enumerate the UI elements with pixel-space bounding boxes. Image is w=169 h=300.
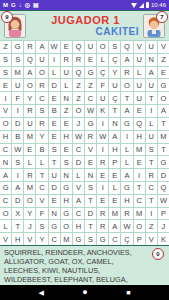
grid-cell[interactable]: U	[36, 54, 47, 66]
grid-cell[interactable]: E	[49, 195, 60, 207]
grid-cell[interactable]: H	[121, 195, 132, 207]
grid-cell[interactable]: E	[109, 195, 120, 207]
grid-cell[interactable]: S	[12, 156, 23, 168]
player1-name: JUGADOR 1	[30, 14, 141, 26]
grid-cell[interactable]: T	[146, 195, 157, 207]
grid-cell[interactable]: W	[73, 131, 84, 143]
grid-cell[interactable]: E	[49, 131, 60, 143]
grid-cell[interactable]: S	[146, 144, 157, 156]
grid-cell[interactable]: F	[97, 79, 108, 91]
grid-cell[interactable]: T	[134, 182, 145, 194]
grid-cell[interactable]: T	[49, 156, 60, 168]
grid-cell[interactable]: L	[0, 220, 11, 232]
grid-cell[interactable]: V	[146, 233, 157, 245]
grid-cell[interactable]: Q	[73, 41, 84, 53]
grid-cell[interactable]: J	[73, 118, 84, 130]
grid-cell[interactable]: L	[61, 79, 72, 91]
wifi-icon	[131, 3, 137, 8]
grid-cell[interactable]: E	[158, 67, 169, 79]
grid-cell[interactable]: V	[0, 105, 11, 117]
grid-cell[interactable]: Ç	[121, 233, 132, 245]
grid-cell[interactable]: H	[134, 131, 145, 143]
grid-cell[interactable]: O	[0, 208, 11, 220]
android-nav-bar: ◀ ● ■	[0, 285, 169, 300]
grid-cell[interactable]: R	[97, 208, 108, 220]
grid-cell[interactable]: Z	[158, 54, 169, 66]
grid-cell[interactable]: U	[146, 79, 157, 91]
grid-cell[interactable]: T	[146, 92, 157, 104]
grid-cell[interactable]: R	[24, 105, 35, 117]
google-icon: G	[11, 0, 16, 10]
grid-cell[interactable]: Q	[134, 118, 145, 130]
grid-cell[interactable]: Q	[121, 41, 132, 53]
grid-cell[interactable]: U	[85, 41, 96, 53]
grid-cell[interactable]: U	[109, 79, 120, 91]
player2-name: CAKITEI	[96, 26, 140, 37]
grid-cell[interactable]: O	[0, 118, 11, 130]
home-button[interactable]: ●	[82, 285, 87, 300]
grid-cell[interactable]: G	[61, 208, 72, 220]
grid-cell[interactable]: R	[146, 169, 157, 181]
grid-cell[interactable]: Ç	[109, 54, 120, 66]
grid-cell[interactable]: A	[36, 41, 47, 53]
grid-cell[interactable]: G	[12, 41, 23, 53]
grid-cell[interactable]: L	[36, 156, 47, 168]
grid-cell[interactable]: B	[36, 144, 47, 156]
grid-cell[interactable]: G	[0, 182, 11, 194]
grid-cell[interactable]: R	[36, 79, 47, 91]
grid-cell[interactable]: A	[109, 220, 120, 232]
grid-cell[interactable]: O	[121, 79, 132, 91]
grid-cell[interactable]: M	[158, 131, 169, 143]
grid-cell[interactable]: A	[12, 182, 23, 194]
grid-cell[interactable]: J	[158, 220, 169, 232]
grid-cell[interactable]: V	[36, 195, 47, 207]
grid-cell[interactable]: A	[158, 105, 169, 117]
signal-icon	[139, 3, 144, 8]
grid-cell[interactable]: U	[146, 41, 157, 53]
grid-cell[interactable]: Z	[61, 105, 72, 117]
grid-cell[interactable]: E	[85, 156, 96, 168]
status-bar: MG↓◎▤ 10:46	[0, 0, 169, 10]
grid-cell[interactable]: W	[12, 144, 23, 156]
clock: 10:46	[151, 0, 166, 10]
grid-cell[interactable]: A	[73, 195, 84, 207]
grid-cell[interactable]: X	[12, 208, 23, 220]
grid-cell[interactable]: N	[49, 208, 60, 220]
grid-cell[interactable]: O	[24, 195, 35, 207]
grid-cell[interactable]: T	[12, 220, 23, 232]
grid-cell[interactable]: F	[12, 92, 23, 104]
circle-notification-icon: ◎	[25, 0, 30, 10]
grid-cell[interactable]: G	[73, 233, 84, 245]
grid-cell[interactable]: E	[49, 92, 60, 104]
grid-cell[interactable]: A	[0, 169, 11, 181]
grid-cell[interactable]: O	[61, 220, 72, 232]
grid-cell[interactable]: I	[12, 105, 23, 117]
recents-button[interactable]: ■	[126, 285, 130, 300]
grid-cell[interactable]: V	[134, 41, 145, 53]
grid-cell[interactable]: Z	[0, 41, 11, 53]
grid-cell[interactable]: S	[36, 105, 47, 117]
grid-cell[interactable]: W	[97, 131, 108, 143]
grid-cell[interactable]: G	[121, 118, 132, 130]
grid-cell[interactable]: C	[134, 195, 145, 207]
grid-cell[interactable]: S	[0, 54, 11, 66]
grid-cell[interactable]: E	[97, 169, 108, 181]
player1-avatar: 9	[4, 14, 26, 38]
grid-cell[interactable]: N	[85, 169, 96, 181]
grid-cell[interactable]: E	[85, 54, 96, 66]
grid-cell[interactable]: W	[49, 41, 60, 53]
grid-cell[interactable]: C	[73, 144, 84, 156]
grid-cell[interactable]: Z	[73, 92, 84, 104]
grid-cell[interactable]: N	[109, 118, 120, 130]
grid-cell[interactable]: H	[109, 144, 120, 156]
grid-cell[interactable]: E	[109, 169, 120, 181]
grid-cell[interactable]: C	[36, 182, 47, 194]
grid-cell[interactable]: A	[109, 131, 120, 143]
grid-cell[interactable]: Q	[24, 54, 35, 66]
grid-cell[interactable]: M	[12, 67, 23, 79]
back-button[interactable]: ◀	[38, 285, 43, 300]
grid-cell[interactable]: U	[61, 67, 72, 79]
grid-cell[interactable]: N	[146, 54, 157, 66]
grid-cell[interactable]: H	[61, 131, 72, 143]
grid-cell[interactable]: E	[61, 144, 72, 156]
grid-cell[interactable]: I	[97, 182, 108, 194]
grid-cell[interactable]: E	[134, 105, 145, 117]
grid-cell[interactable]: R	[97, 156, 108, 168]
grid-cell[interactable]: S	[0, 67, 11, 79]
grid-cell[interactable]: O	[73, 105, 84, 117]
word-list-line: LEECHES, KIWI, NAUTILUS,	[4, 266, 165, 275]
grid-cell[interactable]: G	[85, 118, 96, 130]
grid-cell[interactable]: U	[134, 79, 145, 91]
grid-cell[interactable]: J	[24, 220, 35, 232]
grid-cell[interactable]: E	[97, 195, 108, 207]
grid-cell[interactable]: K	[97, 105, 108, 117]
grid-cell[interactable]: A	[146, 67, 157, 79]
grid-cell[interactable]: E	[61, 41, 72, 53]
grid-cell[interactable]: S	[85, 233, 96, 245]
grid-cell[interactable]: O	[36, 67, 47, 79]
grid-cell[interactable]: Y	[109, 67, 120, 79]
grid-cell[interactable]: T	[109, 105, 120, 117]
grid-cell[interactable]: D	[73, 156, 84, 168]
grid-cell[interactable]: R	[36, 118, 47, 130]
grid-cell[interactable]: T	[146, 156, 157, 168]
grid-cell[interactable]: I	[97, 144, 108, 156]
grid-cell[interactable]: Y	[36, 233, 47, 245]
grid-cell[interactable]: S	[49, 144, 60, 156]
grid-cell[interactable]: E	[0, 79, 11, 91]
grid-cell[interactable]: K	[158, 233, 169, 245]
game-header: 9 JUGADOR 1 CAKITEI 7	[0, 10, 169, 40]
word-list-line: ALLIGATOR, GOAT, OX, CAMEL,	[4, 257, 165, 266]
grid-cell[interactable]: T	[36, 169, 47, 181]
grid-cell[interactable]: C	[49, 233, 60, 245]
grid-cell[interactable]: R	[24, 41, 35, 53]
grid-cell[interactable]: L	[24, 156, 35, 168]
grid-cell[interactable]: G	[121, 182, 132, 194]
grid-cell[interactable]: I	[97, 118, 108, 130]
grid-cell[interactable]: T	[85, 195, 96, 207]
grid-cell[interactable]: S	[36, 220, 47, 232]
grid-cell[interactable]: N	[0, 156, 11, 168]
notification-icons: MG↓◎▤	[3, 0, 39, 10]
grid-cell[interactable]: Y	[24, 208, 35, 220]
grid-cell[interactable]: R	[97, 220, 108, 232]
grid-cell[interactable]: N	[61, 169, 72, 181]
grid-cell[interactable]: M	[61, 233, 72, 245]
grid-cell[interactable]: T	[121, 92, 132, 104]
player2-score-badge: 7	[156, 11, 168, 23]
grid-cell[interactable]: M	[134, 208, 145, 220]
grid-cell[interactable]: L	[146, 118, 157, 130]
grid-cell[interactable]: A	[121, 54, 132, 66]
grid-cell[interactable]: D	[12, 118, 23, 130]
grid-cell[interactable]: Ç	[109, 92, 120, 104]
grid-cell[interactable]: R	[121, 208, 132, 220]
grid-cell[interactable]: L	[97, 54, 108, 66]
word-list-line: SQUIRREL, REINDEER, ANCHOVIES,	[4, 248, 165, 257]
grid-cell[interactable]: L	[121, 144, 132, 156]
grid-cell[interactable]: I	[146, 105, 157, 117]
grid-cell[interactable]: S	[109, 41, 120, 53]
grid-cell[interactable]: U	[134, 54, 145, 66]
grid-cell[interactable]: G	[49, 220, 60, 232]
gmail-icon: M	[3, 0, 8, 10]
grid-cell[interactable]: A	[24, 67, 35, 79]
grid-cell[interactable]: U	[134, 92, 145, 104]
grid-cell[interactable]: U	[12, 79, 23, 91]
grid-cell[interactable]: I	[12, 169, 23, 181]
grid-cell[interactable]: O	[158, 92, 169, 104]
grid-cell[interactable]: I	[146, 208, 157, 220]
found-words-badge: 0	[152, 248, 164, 260]
grid-cell[interactable]: H	[73, 220, 84, 232]
grid-cell[interactable]: S	[61, 156, 72, 168]
grid-cell[interactable]: D	[85, 208, 96, 220]
grid-cell[interactable]: L	[134, 67, 145, 79]
grid-cell[interactable]: I	[0, 92, 11, 104]
grid-cell[interactable]: Z	[146, 220, 157, 232]
grid-cell[interactable]: M	[24, 182, 35, 194]
grid-cell[interactable]: U	[24, 118, 35, 130]
grid-cell[interactable]: E	[134, 156, 145, 168]
grid-cell[interactable]: O	[24, 79, 35, 91]
grid-cell[interactable]: S	[12, 54, 23, 66]
player1-score-badge: 9	[1, 11, 13, 23]
grid-cell[interactable]: H	[12, 233, 23, 245]
grid-cell[interactable]: H	[0, 131, 11, 143]
grid-cell[interactable]: T	[85, 220, 96, 232]
player2-avatar: 7	[143, 14, 165, 38]
download-icon: ↓	[19, 0, 22, 10]
grid-cell[interactable]: G	[158, 156, 169, 168]
grid-cell[interactable]: G	[61, 182, 72, 194]
grid-cell[interactable]: W	[121, 220, 132, 232]
grid-cell[interactable]: V	[73, 182, 84, 194]
grid-cell[interactable]: C	[73, 208, 84, 220]
grid-cell[interactable]: D	[49, 79, 60, 91]
grid-cell[interactable]: W	[158, 195, 169, 207]
grid-cell[interactable]: O	[134, 220, 145, 232]
grid-cell[interactable]: L	[121, 156, 132, 168]
grid-cell[interactable]: R	[24, 169, 35, 181]
grid-cell[interactable]: V	[24, 233, 35, 245]
word-list-line: WILDEBEEST, ELEPHANT, BELUGA,	[4, 275, 165, 284]
grid-cell[interactable]: W	[85, 105, 96, 117]
grid-cell[interactable]: F	[36, 208, 47, 220]
grid-cell[interactable]: I	[121, 131, 132, 143]
grid-cell[interactable]: B	[12, 131, 23, 143]
grid-cell[interactable]: Y	[24, 92, 35, 104]
grid-cell[interactable]: A	[121, 105, 132, 117]
grid-cell[interactable]: C	[109, 233, 120, 245]
grid-cell[interactable]: P	[134, 233, 145, 245]
grid-cell[interactable]: P	[158, 208, 169, 220]
word-list-panel: SQUIRREL, REINDEER, ANCHOVIES,ALLIGATOR,…	[0, 246, 169, 285]
grid-cell[interactable]: H	[61, 195, 72, 207]
grid-cell[interactable]: R	[85, 131, 96, 143]
grid-cell[interactable]: Z	[73, 79, 84, 91]
grid-cell[interactable]: A	[121, 169, 132, 181]
grid-cell[interactable]: Ç	[97, 67, 108, 79]
grid-cell[interactable]: R	[73, 54, 84, 66]
grid-cell[interactable]: C	[85, 92, 96, 104]
grid-cell[interactable]: D	[49, 182, 60, 194]
grid-cell[interactable]: G	[158, 79, 169, 91]
grid-cell[interactable]: Z	[85, 79, 96, 91]
grid-cell[interactable]: V	[0, 233, 11, 245]
grid-cell[interactable]: D	[158, 169, 169, 181]
grid-cell[interactable]: V	[85, 144, 96, 156]
grid-cell[interactable]: Y	[36, 131, 47, 143]
grid-cell[interactable]: R	[61, 54, 72, 66]
grid-cell[interactable]: G	[85, 67, 96, 79]
grid-cell[interactable]: L	[109, 182, 120, 194]
grid-cell[interactable]: M	[134, 144, 145, 156]
grid-cell[interactable]: I	[49, 54, 60, 66]
grid-cell[interactable]: R	[121, 67, 132, 79]
grid-cell[interactable]: I	[134, 169, 145, 181]
grid-cell[interactable]: E	[61, 118, 72, 130]
grid-cell[interactable]: Q	[73, 67, 84, 79]
grid-cell[interactable]: L	[73, 169, 84, 181]
doc-notification-icon: ▤	[33, 0, 39, 10]
grid-cell[interactable]: C	[0, 144, 11, 156]
grid-cell[interactable]: L	[49, 67, 60, 79]
grid-cell[interactable]: C	[0, 195, 11, 207]
battery-icon	[146, 2, 149, 8]
grid-cell[interactable]: O	[97, 41, 108, 53]
grid-cell[interactable]: B	[49, 105, 60, 117]
grid-cell[interactable]: P	[109, 156, 120, 168]
grid-cell[interactable]: C	[36, 92, 47, 104]
grid-cell[interactable]: N	[61, 92, 72, 104]
grid-cell[interactable]: Q	[158, 182, 169, 194]
grid-cell[interactable]: V	[158, 41, 169, 53]
letter-grid[interactable]: ZGRAWEQUOSQVUVSSQUIRRELÇAUNZSMAOLUQGÇYRL…	[0, 40, 169, 246]
grid-cell[interactable]: U	[146, 131, 157, 143]
grid-cell[interactable]: D	[12, 195, 23, 207]
grid-cell[interactable]: E	[24, 144, 35, 156]
grid-cell[interactable]: U	[49, 169, 60, 181]
grid-cell[interactable]: T	[158, 118, 169, 130]
grid-cell[interactable]: C	[146, 182, 157, 194]
grid-cell[interactable]: E	[49, 118, 60, 130]
grid-cell[interactable]: M	[24, 131, 35, 143]
grid-cell[interactable]: G	[97, 233, 108, 245]
grid-cell[interactable]: S	[85, 182, 96, 194]
grid-cell[interactable]: U	[97, 92, 108, 104]
grid-cell[interactable]: T	[158, 144, 169, 156]
word-list: SQUIRREL, REINDEER, ANCHOVIES,ALLIGATOR,…	[4, 248, 165, 284]
grid-cell[interactable]: M	[109, 208, 120, 220]
